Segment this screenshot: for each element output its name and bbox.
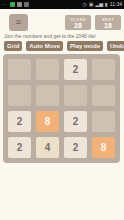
notification-icon-green-app	[10, 2, 15, 7]
menu-button[interactable]: ≡	[9, 14, 28, 31]
score-value: 28	[74, 22, 82, 29]
empty-cell	[36, 59, 59, 80]
empty-cell	[8, 85, 31, 106]
empty-cell	[36, 85, 59, 106]
toolbar-button-grid[interactable]: Grid	[4, 41, 22, 51]
status-bar-right: ◷ ▣ ▂▅ ▮ 11:34	[82, 2, 122, 7]
alarm-icon: ◷	[82, 2, 86, 7]
toolbar-button-undo[interactable]: Undo	[107, 41, 124, 51]
overflow-notifications-icon: ⋯	[2, 2, 8, 7]
toolbar-button-auto-move[interactable]: Auto Move	[26, 41, 63, 51]
best-box: BEST 18	[95, 15, 121, 30]
score-box: SCORE 28	[65, 15, 91, 30]
status-bar: ⋯ ◷ ▣ ▂▅ ▮ 11:34	[0, 0, 124, 9]
signal-icon: ▂▅	[95, 2, 103, 7]
notification-icon-2	[24, 2, 29, 7]
phone-screen: ⋯ ◷ ▣ ▂▅ ▮ 11:34 ≡ SCORE 28 BEST 18	[0, 0, 124, 220]
hamburger-icon: ≡	[16, 18, 21, 27]
battery-icon: ▮	[105, 2, 108, 7]
best-value: 18	[104, 22, 112, 29]
game-header: ≡ SCORE 28 BEST 18	[0, 14, 124, 31]
tile-2: 2	[64, 59, 87, 80]
tile-4: 4	[36, 137, 59, 158]
toolbar-button-play-mode[interactable]: Play mode	[67, 41, 103, 51]
toolbar: GridAuto MovePlay modeUndo	[4, 41, 121, 51]
tile-2: 2	[8, 111, 31, 132]
empty-cell	[92, 111, 115, 132]
board[interactable]: 22822428	[3, 54, 120, 163]
tile-2: 2	[64, 137, 87, 158]
empty-cell	[92, 85, 115, 106]
empty-cell	[92, 59, 115, 80]
empty-cell	[8, 59, 31, 80]
tagline: Join the numbers and get to the 2048 til…	[4, 33, 122, 39]
notification-icon-1	[17, 2, 22, 7]
tile-8: 8	[92, 137, 115, 158]
tile-2: 2	[64, 111, 87, 132]
empty-cell	[64, 85, 87, 106]
status-bar-left: ⋯	[2, 2, 29, 7]
score-panel: SCORE 28 BEST 18	[65, 15, 121, 30]
tile-2: 2	[8, 137, 31, 158]
usb-icon: ▣	[89, 2, 94, 7]
tile-8: 8	[36, 111, 59, 132]
status-bar-clock: 11:34	[110, 2, 122, 7]
